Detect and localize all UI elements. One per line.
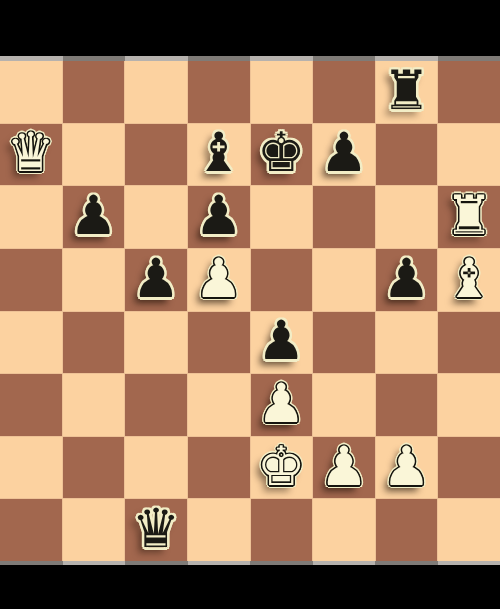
square-a5[interactable] [0, 249, 62, 311]
square-b6[interactable]: ♟ [63, 186, 125, 248]
square-g7[interactable] [376, 124, 438, 186]
square-c5[interactable]: ♟ [125, 249, 187, 311]
square-d8[interactable] [188, 61, 250, 123]
square-g2[interactable]: ♟ [376, 437, 438, 499]
chess-board: ♜♛♝♚♟♟♟♜♟♟♟♝♟♟♚♟♟♛ [0, 61, 500, 561]
bevel-segment [63, 561, 126, 565]
square-b1[interactable] [63, 499, 125, 561]
square-a2[interactable] [0, 437, 62, 499]
square-e2[interactable]: ♚ [251, 437, 313, 499]
square-g4[interactable] [376, 312, 438, 374]
piece-white-queen-a7[interactable]: ♛ [7, 126, 55, 180]
square-g6[interactable] [376, 186, 438, 248]
square-h3[interactable] [438, 374, 500, 436]
square-h2[interactable] [438, 437, 500, 499]
square-d6[interactable]: ♟ [188, 186, 250, 248]
piece-black-pawn-f7[interactable]: ♟ [320, 126, 368, 180]
bevel-segment [188, 561, 251, 565]
square-e5[interactable] [251, 249, 313, 311]
square-f3[interactable] [313, 374, 375, 436]
piece-white-pawn-e3[interactable]: ♟ [257, 377, 305, 431]
piece-white-pawn-g2[interactable]: ♟ [382, 440, 430, 494]
board-bottom-bevel [0, 561, 500, 565]
piece-white-pawn-f2[interactable]: ♟ [320, 440, 368, 494]
square-a1[interactable] [0, 499, 62, 561]
square-f4[interactable] [313, 312, 375, 374]
piece-white-bishop-h5[interactable]: ♝ [445, 252, 493, 306]
square-b8[interactable] [63, 61, 125, 123]
square-e7[interactable]: ♚ [251, 124, 313, 186]
square-b7[interactable] [63, 124, 125, 186]
bevel-segment [375, 561, 438, 565]
square-f1[interactable] [313, 499, 375, 561]
piece-white-pawn-d5[interactable]: ♟ [194, 252, 242, 306]
square-g5[interactable]: ♟ [376, 249, 438, 311]
square-c4[interactable] [125, 312, 187, 374]
bevel-segment [125, 561, 188, 565]
square-f5[interactable] [313, 249, 375, 311]
square-a6[interactable] [0, 186, 62, 248]
piece-black-king-e7[interactable]: ♚ [257, 126, 305, 180]
piece-black-pawn-e4[interactable]: ♟ [257, 314, 305, 368]
square-g8[interactable]: ♜ [376, 61, 438, 123]
square-e3[interactable]: ♟ [251, 374, 313, 436]
bevel-segment [250, 561, 313, 565]
square-h8[interactable] [438, 61, 500, 123]
page-background: ♜♛♝♚♟♟♟♜♟♟♟♝♟♟♚♟♟♛ [0, 0, 500, 609]
square-c3[interactable] [125, 374, 187, 436]
square-h1[interactable] [438, 499, 500, 561]
piece-white-king-e2[interactable]: ♚ [257, 440, 305, 494]
piece-black-rook-g8[interactable]: ♜ [382, 64, 430, 118]
square-b4[interactable] [63, 312, 125, 374]
piece-black-queen-c1[interactable]: ♛ [132, 502, 180, 556]
square-a3[interactable] [0, 374, 62, 436]
square-c1[interactable]: ♛ [125, 499, 187, 561]
square-b5[interactable] [63, 249, 125, 311]
square-h6[interactable]: ♜ [438, 186, 500, 248]
square-c8[interactable] [125, 61, 187, 123]
piece-white-rook-h6[interactable]: ♜ [445, 189, 493, 243]
bevel-segment [313, 561, 376, 565]
square-d1[interactable] [188, 499, 250, 561]
square-d5[interactable]: ♟ [188, 249, 250, 311]
square-f6[interactable] [313, 186, 375, 248]
square-c6[interactable] [125, 186, 187, 248]
square-a8[interactable] [0, 61, 62, 123]
square-d7[interactable]: ♝ [188, 124, 250, 186]
square-f2[interactable]: ♟ [313, 437, 375, 499]
square-e4[interactable]: ♟ [251, 312, 313, 374]
square-a7[interactable]: ♛ [0, 124, 62, 186]
square-h7[interactable] [438, 124, 500, 186]
square-g3[interactable] [376, 374, 438, 436]
piece-black-pawn-c5[interactable]: ♟ [132, 252, 180, 306]
square-f7[interactable]: ♟ [313, 124, 375, 186]
square-h4[interactable] [438, 312, 500, 374]
square-e8[interactable] [251, 61, 313, 123]
bevel-segment [438, 561, 500, 565]
square-a4[interactable] [0, 312, 62, 374]
square-f8[interactable] [313, 61, 375, 123]
square-d4[interactable] [188, 312, 250, 374]
piece-black-pawn-g5[interactable]: ♟ [382, 252, 430, 306]
square-g1[interactable] [376, 499, 438, 561]
square-d3[interactable] [188, 374, 250, 436]
square-c2[interactable] [125, 437, 187, 499]
square-b3[interactable] [63, 374, 125, 436]
square-e1[interactable] [251, 499, 313, 561]
square-h5[interactable]: ♝ [438, 249, 500, 311]
square-c7[interactable] [125, 124, 187, 186]
piece-black-pawn-b6[interactable]: ♟ [69, 189, 117, 243]
piece-black-bishop-d7[interactable]: ♝ [194, 126, 242, 180]
square-d2[interactable] [188, 437, 250, 499]
square-e6[interactable] [251, 186, 313, 248]
bevel-segment [0, 561, 63, 565]
square-b2[interactable] [63, 437, 125, 499]
piece-black-pawn-d6[interactable]: ♟ [194, 189, 242, 243]
